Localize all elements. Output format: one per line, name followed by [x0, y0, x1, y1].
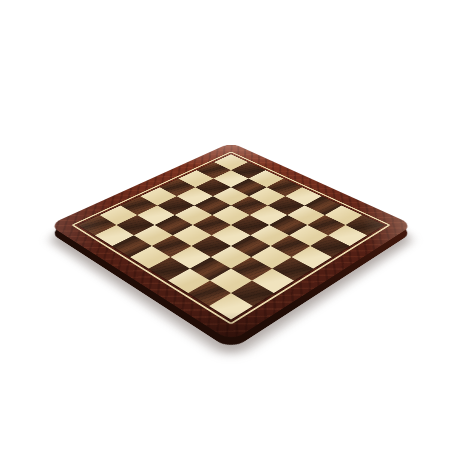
square-f5	[250, 225, 289, 246]
square-e4	[212, 225, 251, 246]
square-h3	[252, 269, 294, 293]
square-g5	[271, 235, 311, 257]
square-g4	[251, 246, 291, 269]
square-f4	[231, 235, 271, 257]
square-h2	[231, 281, 274, 306]
chessboard	[49, 143, 414, 342]
product-photo-canvas	[0, 0, 462, 462]
board-frame	[49, 143, 414, 342]
square-h4	[272, 257, 313, 281]
square-e2	[170, 246, 210, 269]
square-g2	[210, 269, 252, 293]
square-g6	[289, 225, 328, 246]
square-e1	[149, 257, 190, 281]
square-f2	[190, 257, 231, 281]
square-d1	[130, 246, 170, 269]
square-d3	[173, 225, 212, 246]
square-h7	[328, 225, 367, 246]
square-g1	[188, 281, 231, 306]
scene	[0, 0, 462, 462]
square-h5	[292, 246, 332, 269]
square-e3	[191, 235, 231, 257]
square-c2	[134, 225, 173, 246]
square-d2	[152, 235, 192, 257]
square-f3	[211, 246, 251, 269]
square-f1	[168, 269, 210, 293]
board-grid	[78, 154, 383, 319]
square-c1	[112, 235, 152, 257]
square-h1	[209, 293, 253, 319]
square-h6	[310, 235, 350, 257]
square-g3	[231, 257, 272, 281]
square-b1	[95, 225, 134, 246]
